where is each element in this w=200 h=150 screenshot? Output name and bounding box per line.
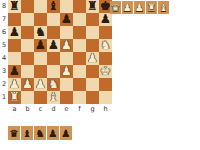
piece-white-rook: ♜ [147,1,156,14]
piece-black-queen: ♛ [10,127,19,140]
square-f1[interactable] [73,91,86,104]
square-d8[interactable]: ♝ [47,0,60,13]
piece-white-rook[interactable]: ♜ [9,91,20,104]
square-g8[interactable]: ♜ [86,0,99,13]
square-d6[interactable] [47,26,60,39]
square-g1[interactable] [86,91,99,104]
piece-white-pawn[interactable]: ♟ [87,52,98,65]
square-h1[interactable] [99,91,112,104]
file-label: f [73,104,86,114]
rank-label: 8 [0,0,8,13]
square-g7[interactable] [86,13,99,26]
piece-white-pawn: ♟ [123,1,132,14]
square-g3[interactable] [86,65,99,78]
piece-black-bishop[interactable]: ♝ [48,0,59,13]
square-e3[interactable]: ♟ [60,65,73,78]
piece-white-queen: ♛ [111,1,120,14]
square-a7[interactable] [8,13,21,26]
rank-label: 6 [0,26,8,39]
rank-label: 5 [0,39,8,52]
file-label: g [86,104,99,114]
piece-white-pawn[interactable]: ♟ [61,39,72,52]
rank-label: 2 [0,78,8,91]
square-a4[interactable] [8,52,21,65]
rank-label: 3 [0,65,8,78]
captured-piece-tile: ♞ [34,126,46,140]
square-f5[interactable] [73,39,86,52]
piece-black-pawn[interactable]: ♟ [9,26,20,39]
square-e8[interactable] [60,0,73,13]
captured-black-pieces-tray: ♛♝♞♟♟ [8,126,72,140]
square-e4[interactable] [60,52,73,65]
square-a2[interactable]: ♟ [8,78,21,91]
square-h4[interactable] [99,52,112,65]
chess-app: 87654321 ♜♝♜♚♟♟♟♞♟♟♟♞♟♟♟♚♟♟♟♞♜♝ abcdefgh… [0,0,200,150]
file-label: h [99,104,112,114]
piece-black-pawn[interactable]: ♟ [100,13,111,26]
piece-black-pawn[interactable]: ♟ [61,13,72,26]
square-e6[interactable] [60,26,73,39]
rank-label: 1 [0,91,8,104]
square-f6[interactable] [73,26,86,39]
file-label: e [60,104,73,114]
square-e1[interactable] [60,91,73,104]
file-label: a [8,104,21,114]
file-label: b [21,104,34,114]
captured-piece-tile: ♟ [122,1,133,14]
captured-white-pieces-tray: ♛♟♟♜♝ [110,1,169,14]
square-d4[interactable] [47,52,60,65]
square-g4[interactable]: ♟ [86,52,99,65]
captured-piece-tile: ♜ [146,1,157,14]
square-b1[interactable] [21,91,34,104]
piece-black-pawn[interactable]: ♟ [48,39,59,52]
square-c6[interactable]: ♞ [34,26,47,39]
captured-piece-tile: ♛ [8,126,20,140]
file-label: c [34,104,47,114]
piece-black-bishop: ♝ [23,127,32,140]
square-b7[interactable] [21,13,34,26]
file-label: d [47,104,60,114]
captured-piece-tile: ♝ [21,126,33,140]
square-a1[interactable]: ♜ [8,91,21,104]
captured-piece-tile: ♝ [158,1,169,14]
square-c4[interactable] [34,52,47,65]
square-c8[interactable] [34,0,47,13]
square-h6[interactable] [99,26,112,39]
piece-white-pawn[interactable]: ♟ [35,78,46,91]
piece-black-pawn: ♟ [49,127,58,140]
square-c3[interactable] [34,65,47,78]
piece-white-pawn: ♟ [135,1,144,14]
square-b6[interactable] [21,26,34,39]
captured-piece-tile: ♟ [47,126,59,140]
piece-black-knight[interactable]: ♞ [35,26,46,39]
square-a5[interactable] [8,39,21,52]
board: ♜♝♜♚♟♟♟♞♟♟♟♞♟♟♟♚♟♟♟♞♜♝ [8,0,112,104]
piece-white-bishop[interactable]: ♝ [48,91,59,104]
square-a6[interactable]: ♟ [8,26,21,39]
file-labels: abcdefgh [8,104,112,114]
square-d5[interactable]: ♟ [47,39,60,52]
square-b2[interactable]: ♟ [21,78,34,91]
square-a8[interactable]: ♜ [8,0,21,13]
piece-white-king[interactable]: ♚ [100,65,111,78]
square-a3[interactable]: ♟ [8,65,21,78]
square-h2[interactable] [99,78,112,91]
square-f3[interactable] [73,65,86,78]
square-e5[interactable]: ♟ [60,39,73,52]
square-e7[interactable]: ♟ [60,13,73,26]
square-f8[interactable] [73,0,86,13]
square-g2[interactable] [86,78,99,91]
square-c7[interactable] [34,13,47,26]
piece-white-pawn[interactable]: ♟ [61,65,72,78]
square-b8[interactable] [21,0,34,13]
square-c2[interactable]: ♟ [34,78,47,91]
square-b3[interactable] [21,65,34,78]
piece-black-pawn[interactable]: ♟ [35,39,46,52]
captured-piece-tile: ♟ [60,126,72,140]
square-f4[interactable] [73,52,86,65]
piece-black-rook[interactable]: ♜ [87,0,98,13]
captured-piece-tile: ♛ [110,1,121,14]
square-e2[interactable] [60,78,73,91]
piece-white-knight[interactable]: ♞ [48,78,59,91]
square-c1[interactable] [34,91,47,104]
piece-black-pawn: ♟ [62,127,71,140]
square-f7[interactable] [73,13,86,26]
square-d3[interactable] [47,65,60,78]
piece-black-knight: ♞ [36,127,45,140]
square-b5[interactable] [21,39,34,52]
rank-label: 4 [0,52,8,65]
square-h3[interactable]: ♚ [99,65,112,78]
square-g5[interactable] [86,39,99,52]
piece-black-rook[interactable]: ♜ [9,0,20,13]
piece-white-pawn[interactable]: ♟ [9,78,20,91]
piece-white-bishop: ♝ [159,1,168,14]
piece-white-pawn[interactable]: ♟ [22,78,33,91]
square-d2[interactable]: ♞ [47,78,60,91]
piece-white-knight[interactable]: ♞ [100,39,111,52]
square-f2[interactable] [73,78,86,91]
square-g6[interactable] [86,26,99,39]
square-d7[interactable] [47,13,60,26]
square-h5[interactable]: ♞ [99,39,112,52]
rank-labels: 87654321 [0,0,8,104]
square-d1[interactable]: ♝ [47,91,60,104]
square-c5[interactable]: ♟ [34,39,47,52]
piece-black-pawn[interactable]: ♟ [9,65,20,78]
rank-label: 7 [0,13,8,26]
square-b4[interactable] [21,52,34,65]
square-h7[interactable]: ♟ [99,13,112,26]
captured-piece-tile: ♟ [134,1,145,14]
